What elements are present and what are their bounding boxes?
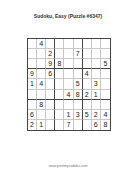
sudoku-cell-r5c9 [101, 79, 110, 89]
sudoku-cell-r2c2 [37, 49, 46, 59]
sudoku-cell-r6c9 [101, 90, 110, 100]
sudoku-cell-r5c6: 5 [74, 79, 83, 89]
sudoku-cell-r6c8: 1 [92, 90, 101, 100]
sudoku-cell-r1c5 [64, 39, 73, 49]
sudoku-cell-r5c5 [64, 79, 73, 89]
sudoku-cell-r2c4 [55, 49, 64, 59]
sudoku-board: 42798596414534821861352421768 [27, 38, 111, 131]
sudoku-cell-r6c3 [46, 90, 55, 100]
sudoku-cell-r2c7 [83, 49, 92, 59]
sudoku-cell-r7c1 [28, 100, 37, 110]
sudoku-cell-r5c4 [55, 79, 64, 89]
sudoku-cell-r2c8 [92, 49, 101, 59]
sudoku-cell-r9c2: 1 [37, 120, 46, 130]
sudoku-cell-r4c9 [101, 69, 110, 79]
sudoku-cell-r1c8 [92, 39, 101, 49]
sudoku-cell-r8c8: 2 [92, 110, 101, 120]
sudoku-cell-r4c8 [92, 69, 101, 79]
sudoku-cell-r1c1 [28, 39, 37, 49]
puzzle-title: Sudoku, Easy (Puzzle #6347) [0, 13, 136, 19]
sudoku-cell-r3c1 [28, 59, 37, 69]
sudoku-cell-r1c3 [46, 39, 55, 49]
sudoku-cell-r6c4 [55, 90, 64, 100]
sudoku-cell-r4c7: 4 [83, 69, 92, 79]
sudoku-cell-r4c2 [37, 69, 46, 79]
sudoku-cell-r3c4: 8 [55, 59, 64, 69]
sudoku-cell-r9c9: 8 [101, 120, 110, 130]
sudoku-cell-r2c9 [101, 49, 110, 59]
sudoku-cell-r7c9 [101, 100, 110, 110]
sudoku-cell-r9c6 [74, 120, 83, 130]
sudoku-cell-r8c4 [55, 110, 64, 120]
sudoku-cell-r4c3: 6 [46, 69, 55, 79]
sudoku-cell-r9c4 [55, 120, 64, 130]
sudoku-cell-r7c8 [92, 100, 101, 110]
sudoku-cell-r9c8: 6 [92, 120, 101, 130]
sudoku-cell-r3c9: 5 [101, 59, 110, 69]
sudoku-cell-r4c6 [74, 69, 83, 79]
sudoku-cell-r8c9: 4 [101, 110, 110, 120]
sudoku-cell-r9c5: 7 [64, 120, 73, 130]
sudoku-cell-r1c6 [74, 39, 83, 49]
sudoku-cell-r9c7 [83, 120, 92, 130]
sudoku-cell-r6c7: 2 [83, 90, 92, 100]
sudoku-cell-r1c4 [55, 39, 64, 49]
sudoku-cell-r2c1 [28, 49, 37, 59]
sudoku-cell-r6c1 [28, 90, 37, 100]
sudoku-cell-r6c2 [37, 90, 46, 100]
sudoku-cell-r1c9 [101, 39, 110, 49]
sudoku-cell-r7c6 [74, 100, 83, 110]
sudoku-cell-r1c7 [83, 39, 92, 49]
sudoku-cell-r8c3 [46, 110, 55, 120]
sudoku-cell-r1c2: 4 [37, 39, 46, 49]
sudoku-cell-r5c8: 3 [92, 79, 101, 89]
sudoku-cell-r5c1: 1 [28, 79, 37, 89]
sudoku-cell-r8c7: 5 [83, 110, 92, 120]
sudoku-cell-r7c2: 8 [37, 100, 46, 110]
sudoku-cell-r3c3: 9 [46, 59, 55, 69]
sudoku-cell-r5c3 [46, 79, 55, 89]
sudoku-cell-r3c2 [37, 59, 46, 69]
sudoku-cell-r8c2 [37, 110, 46, 120]
printable-sudoku-page: Sudoku, Easy (Puzzle #6347) 427985964145… [0, 0, 136, 176]
sudoku-cell-r5c2: 4 [37, 79, 46, 89]
sudoku-cell-r4c5 [64, 69, 73, 79]
sudoku-cell-r3c7 [83, 59, 92, 69]
sudoku-cell-r2c5 [64, 49, 73, 59]
sudoku-cell-r3c8 [92, 59, 101, 69]
sudoku-cell-r9c3 [46, 120, 55, 130]
sudoku-cell-r3c5 [64, 59, 73, 69]
sudoku-cell-r4c1: 9 [28, 69, 37, 79]
sudoku-cell-r7c4 [55, 100, 64, 110]
sudoku-cell-r6c5: 4 [64, 90, 73, 100]
sudoku-cell-r7c3 [46, 100, 55, 110]
sudoku-cell-r5c7 [83, 79, 92, 89]
sudoku-cell-r8c1: 6 [28, 110, 37, 120]
sudoku-cell-r7c7 [83, 100, 92, 110]
sudoku-cell-r8c6: 3 [74, 110, 83, 120]
sudoku-cell-r8c5: 1 [64, 110, 73, 120]
sudoku-cell-r9c1: 2 [28, 120, 37, 130]
sudoku-cell-r6c6: 8 [74, 90, 83, 100]
sudoku-cell-r3c6 [74, 59, 83, 69]
footer-url: www.printmysudoku.com [0, 164, 136, 168]
sudoku-cell-r7c5 [64, 100, 73, 110]
sudoku-cell-r2c3: 2 [46, 49, 55, 59]
sudoku-cell-r4c4 [55, 69, 64, 79]
sudoku-cell-r2c6: 7 [74, 49, 83, 59]
